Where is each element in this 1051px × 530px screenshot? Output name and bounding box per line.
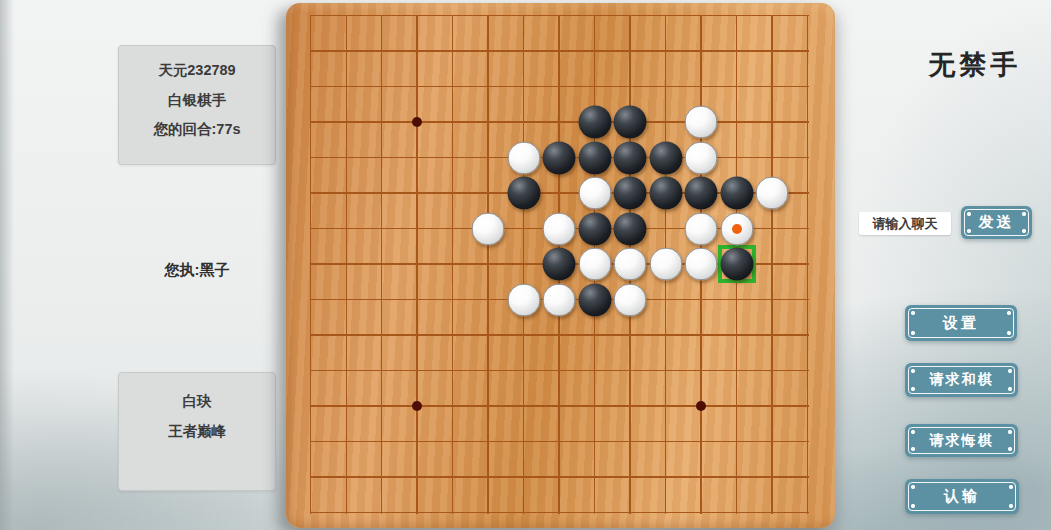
resign-button[interactable]: 认输 [905,479,1019,514]
white-stone [578,177,611,210]
white-stone [507,283,540,316]
star-point [412,401,422,411]
rule-label: 无禁手 [900,47,1050,83]
black-stone [649,141,682,174]
game-screen: 天元232789 白银棋手 您的回合:77s 您执:黑子 白玦 王者巅峰 无禁手… [0,0,1051,530]
last-white-move-dot [732,224,742,234]
black-stone [614,106,647,139]
player-info-panel: 白玦 王者巅峰 [118,372,276,491]
white-stone [685,106,718,139]
player-name: 白玦 [119,386,275,416]
board-grid[interactable] [310,15,809,514]
white-stone [685,248,718,281]
opponent-rank: 白银棋手 [119,86,275,116]
white-stone [472,212,505,245]
white-stone [507,141,540,174]
black-stone [720,177,753,210]
white-stone [578,248,611,281]
white-stone [756,177,789,210]
black-stone [543,248,576,281]
request-draw-button[interactable]: 请求和棋 [905,363,1018,397]
white-stone [614,248,647,281]
send-button[interactable]: 发送 [961,206,1032,239]
turn-timer: 您的回合:77s [119,115,275,145]
black-stone [543,141,576,174]
black-stone [720,248,753,281]
opponent-name: 天元232789 [119,56,275,86]
chat-input[interactable] [859,212,951,235]
settings-button[interactable]: 设置 [905,305,1017,341]
black-stone [578,106,611,139]
white-stone [685,212,718,245]
white-stone [543,212,576,245]
opponent-info-panel: 天元232789 白银棋手 您的回合:77s [118,45,276,165]
white-stone [649,248,682,281]
black-stone [578,212,611,245]
black-stone [685,177,718,210]
gomoku-board [286,3,835,528]
your-color-label: 您执:黑子 [118,261,276,280]
black-stone [649,177,682,210]
black-stone [614,141,647,174]
black-stone [614,177,647,210]
black-stone [614,212,647,245]
white-stone [685,141,718,174]
star-point [412,117,422,127]
black-stone [507,177,540,210]
player-rank: 王者巅峰 [119,416,275,446]
white-stone [614,283,647,316]
black-stone [578,141,611,174]
star-point [696,401,706,411]
black-stone [578,283,611,316]
request-undo-button[interactable]: 请求悔棋 [905,424,1018,457]
white-stone [543,283,576,316]
